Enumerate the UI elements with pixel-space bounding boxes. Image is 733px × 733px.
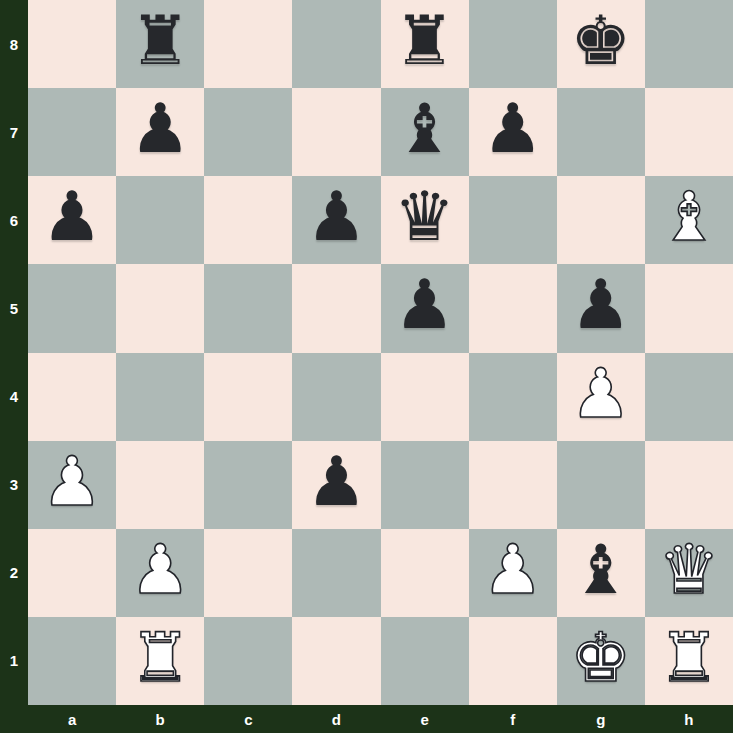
square-a5[interactable] — [28, 264, 116, 352]
black-pawn[interactable]: ♟ — [306, 448, 367, 516]
square-e5[interactable]: ♟ — [381, 264, 469, 352]
rank-label-4: 4 — [0, 353, 28, 441]
square-f4[interactable] — [469, 353, 557, 441]
square-b1[interactable]: ♜ — [116, 617, 204, 705]
square-f6[interactable] — [469, 176, 557, 264]
white-pawn[interactable]: ♟ — [570, 360, 631, 428]
square-d5[interactable] — [292, 264, 380, 352]
rank-label-6: 6 — [0, 176, 28, 264]
square-d2[interactable] — [292, 529, 380, 617]
black-king[interactable]: ♚ — [570, 7, 631, 75]
square-g8[interactable]: ♚ — [557, 0, 645, 88]
square-h5[interactable] — [645, 264, 733, 352]
black-pawn[interactable]: ♟ — [570, 271, 631, 339]
black-bishop[interactable]: ♝ — [570, 536, 631, 604]
square-g4[interactable]: ♟ — [557, 353, 645, 441]
square-a2[interactable] — [28, 529, 116, 617]
board-corner — [0, 705, 28, 733]
black-pawn[interactable]: ♟ — [306, 183, 367, 251]
black-bishop[interactable]: ♝ — [394, 95, 455, 163]
file-label-e: e — [381, 705, 469, 733]
file-label-h: h — [645, 705, 733, 733]
rank-label-3: 3 — [0, 441, 28, 529]
square-b6[interactable] — [116, 176, 204, 264]
square-d4[interactable] — [292, 353, 380, 441]
file-label-c: c — [204, 705, 292, 733]
rank-label-2: 2 — [0, 529, 28, 617]
square-a3[interactable]: ♟ — [28, 441, 116, 529]
square-a4[interactable] — [28, 353, 116, 441]
file-label-g: g — [557, 705, 645, 733]
square-d3[interactable]: ♟ — [292, 441, 380, 529]
white-rook[interactable]: ♜ — [130, 624, 191, 692]
white-pawn[interactable]: ♟ — [42, 448, 103, 516]
square-d1[interactable] — [292, 617, 380, 705]
square-g3[interactable] — [557, 441, 645, 529]
square-f5[interactable] — [469, 264, 557, 352]
file-label-d: d — [292, 705, 380, 733]
square-b3[interactable] — [116, 441, 204, 529]
white-pawn[interactable]: ♟ — [482, 536, 543, 604]
square-c7[interactable] — [204, 88, 292, 176]
square-f8[interactable] — [469, 0, 557, 88]
white-king[interactable]: ♚ — [570, 624, 631, 692]
square-e6[interactable]: ♛ — [381, 176, 469, 264]
square-f3[interactable] — [469, 441, 557, 529]
chess-board: 8♜♜♚7♟♝♟6♟♟♛♝5♟♟4♟3♟♟2♟♟♝♛1♜♚♜abcdefgh — [0, 0, 733, 733]
white-queen[interactable]: ♛ — [658, 536, 719, 604]
file-label-a: a — [28, 705, 116, 733]
rank-label-7: 7 — [0, 88, 28, 176]
black-pawn[interactable]: ♟ — [42, 183, 103, 251]
square-d7[interactable] — [292, 88, 380, 176]
square-a7[interactable] — [28, 88, 116, 176]
square-c1[interactable] — [204, 617, 292, 705]
square-c5[interactable] — [204, 264, 292, 352]
square-g1[interactable]: ♚ — [557, 617, 645, 705]
square-c8[interactable] — [204, 0, 292, 88]
square-b7[interactable]: ♟ — [116, 88, 204, 176]
square-g6[interactable] — [557, 176, 645, 264]
square-e1[interactable] — [381, 617, 469, 705]
white-pawn[interactable]: ♟ — [130, 536, 191, 604]
square-g5[interactable]: ♟ — [557, 264, 645, 352]
square-f1[interactable] — [469, 617, 557, 705]
black-pawn[interactable]: ♟ — [482, 95, 543, 163]
square-h7[interactable] — [645, 88, 733, 176]
square-e4[interactable] — [381, 353, 469, 441]
black-queen[interactable]: ♛ — [394, 183, 455, 251]
square-d6[interactable]: ♟ — [292, 176, 380, 264]
square-h8[interactable] — [645, 0, 733, 88]
square-h4[interactable] — [645, 353, 733, 441]
black-rook[interactable]: ♜ — [394, 7, 455, 75]
white-rook[interactable]: ♜ — [658, 624, 719, 692]
square-e3[interactable] — [381, 441, 469, 529]
square-h6[interactable]: ♝ — [645, 176, 733, 264]
square-b8[interactable]: ♜ — [116, 0, 204, 88]
square-c3[interactable] — [204, 441, 292, 529]
white-bishop[interactable]: ♝ — [658, 183, 719, 251]
file-label-f: f — [469, 705, 557, 733]
square-g2[interactable]: ♝ — [557, 529, 645, 617]
rank-label-5: 5 — [0, 264, 28, 352]
square-b4[interactable] — [116, 353, 204, 441]
square-d8[interactable] — [292, 0, 380, 88]
square-a8[interactable] — [28, 0, 116, 88]
square-c2[interactable] — [204, 529, 292, 617]
rank-label-8: 8 — [0, 0, 28, 88]
square-a1[interactable] — [28, 617, 116, 705]
black-rook[interactable]: ♜ — [130, 7, 191, 75]
square-g7[interactable] — [557, 88, 645, 176]
black-pawn[interactable]: ♟ — [130, 95, 191, 163]
black-pawn[interactable]: ♟ — [394, 271, 455, 339]
square-a6[interactable]: ♟ — [28, 176, 116, 264]
file-label-b: b — [116, 705, 204, 733]
square-h3[interactable] — [645, 441, 733, 529]
square-f7[interactable]: ♟ — [469, 88, 557, 176]
square-c6[interactable] — [204, 176, 292, 264]
square-f2[interactable]: ♟ — [469, 529, 557, 617]
square-h1[interactable]: ♜ — [645, 617, 733, 705]
square-c4[interactable] — [204, 353, 292, 441]
square-e2[interactable] — [381, 529, 469, 617]
square-e7[interactable]: ♝ — [381, 88, 469, 176]
rank-label-1: 1 — [0, 617, 28, 705]
square-b2[interactable]: ♟ — [116, 529, 204, 617]
square-e8[interactable]: ♜ — [381, 0, 469, 88]
square-h2[interactable]: ♛ — [645, 529, 733, 617]
square-b5[interactable] — [116, 264, 204, 352]
